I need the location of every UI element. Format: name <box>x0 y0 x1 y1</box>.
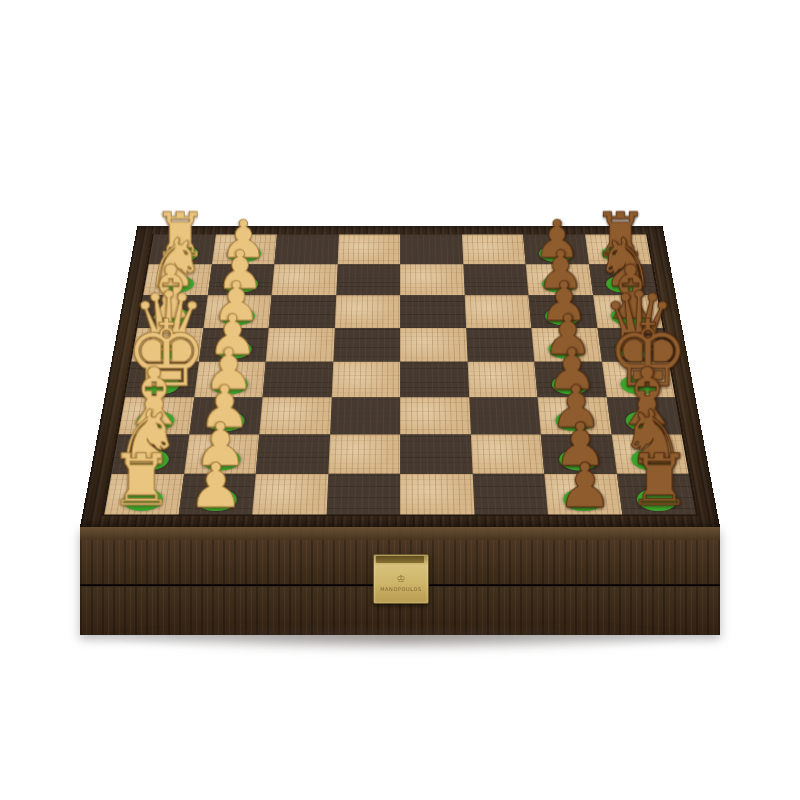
square-d6[interactable] <box>466 328 535 362</box>
piece-white-rook[interactable]: ♜ <box>104 448 178 514</box>
square-c5[interactable] <box>400 295 466 327</box>
piece-black-pawn[interactable]: ♟ <box>548 457 622 514</box>
square-b3[interactable] <box>272 264 338 295</box>
square-a6[interactable] <box>462 234 526 264</box>
square-f4[interactable] <box>330 397 400 434</box>
square-a4[interactable] <box>337 234 400 264</box>
square-g3[interactable] <box>256 434 330 473</box>
box-front: ♔ MANOPOULOS <box>80 527 720 635</box>
square-c3[interactable] <box>269 295 336 327</box>
white-pawn-glyph: ♟ <box>188 457 243 514</box>
piece-black-rook[interactable]: ♜ <box>622 448 696 514</box>
square-d3[interactable] <box>266 328 335 362</box>
product-photo-scene: ♜♟♟♜♞♟♟♞♝♟♟♝♛♟♟♛♚♟♟♚♝♟♟♝♞♟♟♞♜♟♟♜ ♔ MANOP… <box>0 0 800 800</box>
square-h5[interactable] <box>400 473 474 514</box>
ground-shadow <box>96 628 704 654</box>
square-a5[interactable] <box>400 234 463 264</box>
square-b5[interactable] <box>400 264 464 295</box>
square-h8[interactable]: ♜ <box>616 473 695 514</box>
square-f5[interactable] <box>400 397 470 434</box>
square-g6[interactable] <box>470 434 544 473</box>
square-h3[interactable] <box>252 473 328 514</box>
square-f6[interactable] <box>469 397 541 434</box>
square-a3[interactable] <box>274 234 338 264</box>
white-rook-glyph: ♜ <box>109 448 173 514</box>
square-b4[interactable] <box>336 264 400 295</box>
board-frame: ♜♟♟♜♞♟♟♞♝♟♟♝♛♟♟♛♚♟♟♚♝♟♟♝♞♟♟♞♜♟♟♜ <box>80 226 720 527</box>
square-h1[interactable]: ♜ <box>104 473 183 514</box>
piece-white-pawn[interactable]: ♟ <box>178 457 252 514</box>
square-h4[interactable] <box>326 473 400 514</box>
square-b6[interactable] <box>463 264 529 295</box>
square-g4[interactable] <box>328 434 400 473</box>
square-h6[interactable] <box>472 473 548 514</box>
square-d4[interactable] <box>333 328 400 362</box>
square-e4[interactable] <box>331 362 400 398</box>
square-h7[interactable]: ♟ <box>544 473 622 514</box>
square-f3[interactable] <box>259 397 331 434</box>
lid-rim <box>80 527 720 540</box>
brass-latch: ♔ MANOPOULOS <box>373 554 429 604</box>
chess-board-3d: ♜♟♟♜♞♟♟♞♝♟♟♝♛♟♟♛♚♟♟♚♝♟♟♝♞♟♟♞♜♟♟♜ <box>80 226 720 527</box>
square-c6[interactable] <box>464 295 531 327</box>
crown-logo-icon: ♔ <box>397 574 406 584</box>
chess-grid: ♜♟♟♜♞♟♟♞♝♟♟♝♛♟♟♛♚♟♟♚♝♟♟♝♞♟♟♞♜♟♟♜ <box>104 234 696 514</box>
latch-brand-text: MANOPOULOS <box>380 586 422 592</box>
latch-hinge-strip <box>376 556 424 563</box>
square-g5[interactable] <box>400 434 472 473</box>
square-e5[interactable] <box>400 362 469 398</box>
square-d5[interactable] <box>400 328 467 362</box>
square-c4[interactable] <box>334 295 400 327</box>
black-rook-glyph: ♜ <box>627 448 691 514</box>
square-e6[interactable] <box>467 362 537 398</box>
square-e3[interactable] <box>263 362 333 398</box>
square-h2[interactable]: ♟ <box>178 473 256 514</box>
black-pawn-glyph: ♟ <box>557 457 612 514</box>
